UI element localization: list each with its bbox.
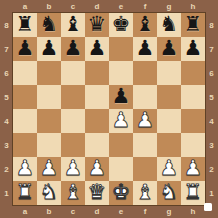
square-g5[interactable]: [157, 85, 181, 109]
square-d8[interactable]: ♛: [85, 13, 109, 37]
square-b3[interactable]: [37, 133, 61, 157]
square-g3[interactable]: [157, 133, 181, 157]
white-pawn[interactable]: ♟: [136, 110, 155, 131]
rank-label-8: 8: [205, 13, 218, 37]
black-pawn[interactable]: ♟: [184, 38, 203, 59]
square-e5[interactable]: ♟: [109, 85, 133, 109]
square-h6[interactable]: [181, 61, 205, 85]
black-queen[interactable]: ♛: [88, 14, 107, 35]
file-label-b: b: [37, 205, 61, 218]
square-a6[interactable]: [13, 61, 37, 85]
rank-labels-left: 87654321: [0, 13, 13, 205]
square-c6[interactable]: [61, 61, 85, 85]
square-d1[interactable]: ♛: [85, 181, 109, 205]
square-d7[interactable]: ♟: [85, 37, 109, 61]
square-g6[interactable]: [157, 61, 181, 85]
rank-label-5: 5: [0, 85, 13, 109]
square-a4[interactable]: [13, 109, 37, 133]
file-labels-top: abcdefgh: [13, 0, 205, 13]
square-a2[interactable]: ♟: [13, 157, 37, 181]
file-label-c: c: [61, 205, 85, 218]
square-e7[interactable]: [109, 37, 133, 61]
file-labels-bottom: abcdefgh: [13, 205, 205, 218]
white-pawn[interactable]: ♟: [16, 158, 35, 179]
file-label-a: a: [13, 205, 37, 218]
square-f5[interactable]: [133, 85, 157, 109]
square-h7[interactable]: ♟: [181, 37, 205, 61]
white-pawn[interactable]: ♟: [88, 158, 107, 179]
rank-label-4: 4: [0, 109, 13, 133]
rank-label-3: 3: [0, 133, 13, 157]
white-pawn[interactable]: ♟: [112, 110, 131, 131]
file-label-e: e: [109, 0, 133, 13]
rank-label-3: 3: [205, 133, 218, 157]
square-c7[interactable]: ♟: [61, 37, 85, 61]
file-label-d: d: [85, 0, 109, 13]
rank-label-1: 1: [0, 181, 13, 205]
square-d2[interactable]: ♟: [85, 157, 109, 181]
square-e2[interactable]: [109, 157, 133, 181]
square-a1[interactable]: ♜: [13, 181, 37, 205]
file-label-f: f: [133, 205, 157, 218]
file-label-g: g: [157, 205, 181, 218]
square-d4[interactable]: [85, 109, 109, 133]
square-b4[interactable]: [37, 109, 61, 133]
black-king[interactable]: ♚: [112, 14, 131, 35]
square-a8[interactable]: ♜: [13, 13, 37, 37]
white-knight[interactable]: ♞: [160, 182, 179, 203]
black-pawn[interactable]: ♟: [40, 38, 59, 59]
black-pawn[interactable]: ♟: [160, 38, 179, 59]
rank-label-2: 2: [0, 157, 13, 181]
rank-label-6: 6: [0, 61, 13, 85]
black-pawn[interactable]: ♟: [16, 38, 35, 59]
rank-labels-right: 87654321: [205, 13, 218, 205]
white-pawn[interactable]: ♟: [184, 158, 203, 179]
square-e3[interactable]: [109, 133, 133, 157]
square-f4[interactable]: ♟: [133, 109, 157, 133]
rank-label-8: 8: [0, 13, 13, 37]
black-pawn[interactable]: ♟: [64, 38, 83, 59]
square-f7[interactable]: ♟: [133, 37, 157, 61]
black-rook[interactable]: ♜: [16, 14, 35, 35]
file-label-e: e: [109, 205, 133, 218]
square-h2[interactable]: ♟: [181, 157, 205, 181]
chess-board-widget: abcdefgh 87654321 ♜♞♝♛♚♝♞♜♟♟♟♟♟♟♟♟♟♟♟♟♟♟…: [0, 0, 218, 218]
square-e1[interactable]: ♚: [109, 181, 133, 205]
square-c2[interactable]: ♟: [61, 157, 85, 181]
square-a7[interactable]: ♟: [13, 37, 37, 61]
square-f3[interactable]: [133, 133, 157, 157]
square-e4[interactable]: ♟: [109, 109, 133, 133]
white-bishop[interactable]: ♝: [136, 182, 155, 203]
square-e8[interactable]: ♚: [109, 13, 133, 37]
square-f6[interactable]: [133, 61, 157, 85]
white-queen[interactable]: ♛: [88, 182, 107, 203]
square-h8[interactable]: ♜: [181, 13, 205, 37]
rank-label-7: 7: [0, 37, 13, 61]
square-c5[interactable]: [61, 85, 85, 109]
square-g1[interactable]: ♞: [157, 181, 181, 205]
file-label-b: b: [37, 0, 61, 13]
square-b5[interactable]: [37, 85, 61, 109]
rank-label-6: 6: [205, 61, 218, 85]
square-c3[interactable]: [61, 133, 85, 157]
white-knight[interactable]: ♞: [40, 182, 59, 203]
black-knight[interactable]: ♞: [160, 14, 179, 35]
square-h3[interactable]: [181, 133, 205, 157]
black-bishop[interactable]: ♝: [136, 14, 155, 35]
file-label-h: h: [181, 205, 205, 218]
black-pawn[interactable]: ♟: [136, 38, 155, 59]
square-d6[interactable]: [85, 61, 109, 85]
square-f2[interactable]: [133, 157, 157, 181]
file-label-d: d: [85, 205, 109, 218]
white-pawn[interactable]: ♟: [160, 158, 179, 179]
white-king[interactable]: ♚: [112, 182, 131, 203]
square-b6[interactable]: [37, 61, 61, 85]
square-e6[interactable]: [109, 61, 133, 85]
square-h5[interactable]: [181, 85, 205, 109]
square-g7[interactable]: ♟: [157, 37, 181, 61]
black-pawn[interactable]: ♟: [112, 86, 131, 107]
rank-label-4: 4: [205, 109, 218, 133]
white-rook[interactable]: ♜: [16, 182, 35, 203]
square-b1[interactable]: ♞: [37, 181, 61, 205]
white-pawn[interactable]: ♟: [40, 158, 59, 179]
square-f1[interactable]: ♝: [133, 181, 157, 205]
square-g4[interactable]: [157, 109, 181, 133]
rank-label-1: 1: [205, 181, 218, 205]
square-a5[interactable]: [13, 85, 37, 109]
rank-label-2: 2: [205, 157, 218, 181]
file-label-h: h: [181, 0, 205, 13]
square-c1[interactable]: ♝: [61, 181, 85, 205]
white-rook[interactable]: ♜: [184, 182, 203, 203]
square-h1[interactable]: ♜: [181, 181, 205, 205]
rank-label-7: 7: [205, 37, 218, 61]
square-g2[interactable]: ♟: [157, 157, 181, 181]
square-d5[interactable]: [85, 85, 109, 109]
turn-indicator: [204, 203, 212, 211]
black-rook[interactable]: ♜: [184, 14, 203, 35]
file-label-a: a: [13, 0, 37, 13]
square-d3[interactable]: [85, 133, 109, 157]
black-pawn[interactable]: ♟: [88, 38, 107, 59]
square-h4[interactable]: [181, 109, 205, 133]
file-label-g: g: [157, 0, 181, 13]
square-c8[interactable]: ♝: [61, 13, 85, 37]
white-pawn[interactable]: ♟: [64, 158, 83, 179]
white-bishop[interactable]: ♝: [64, 182, 83, 203]
black-bishop[interactable]: ♝: [64, 14, 83, 35]
square-b8[interactable]: ♞: [37, 13, 61, 37]
file-label-c: c: [61, 0, 85, 13]
black-knight[interactable]: ♞: [40, 14, 59, 35]
board: ♜♞♝♛♚♝♞♜♟♟♟♟♟♟♟♟♟♟♟♟♟♟♟♟♜♞♝♛♚♝♞♜: [13, 13, 205, 205]
square-g8[interactable]: ♞: [157, 13, 181, 37]
square-c4[interactable]: [61, 109, 85, 133]
square-f8[interactable]: ♝: [133, 13, 157, 37]
rank-label-5: 5: [205, 85, 218, 109]
square-b7[interactable]: ♟: [37, 37, 61, 61]
file-label-f: f: [133, 0, 157, 13]
square-b2[interactable]: ♟: [37, 157, 61, 181]
square-a3[interactable]: [13, 133, 37, 157]
